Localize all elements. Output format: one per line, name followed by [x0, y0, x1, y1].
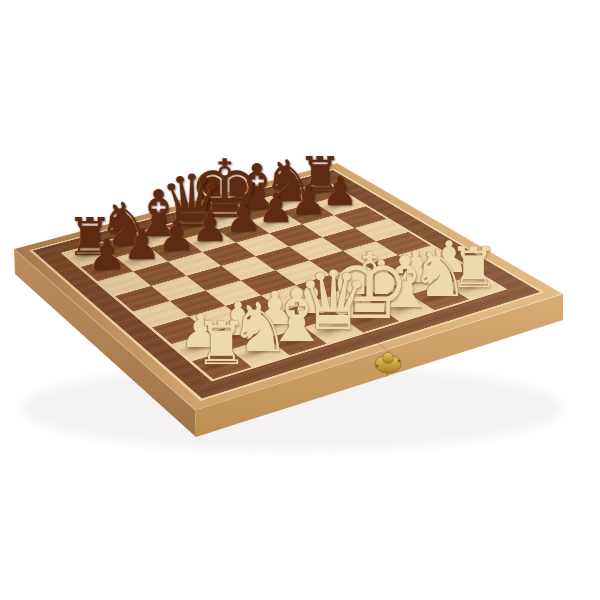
piece-black-pawn[interactable]: ♟: [225, 197, 262, 238]
piece-black-pawn[interactable]: ♟: [88, 234, 126, 276]
pieces-layer: ♜♞♝♛♚♝♞♜♟♟♟♟♟♟♟♟♟♟♟♟♟♟♟♟♜♞♝♛♚♝♞♜: [0, 0, 600, 600]
piece-white-rook[interactable]: ♜: [195, 314, 248, 373]
piece-black-pawn[interactable]: ♟: [191, 206, 228, 247]
piece-black-pawn[interactable]: ♟: [322, 171, 358, 211]
piece-black-pawn[interactable]: ♟: [258, 189, 294, 230]
piece-black-pawn[interactable]: ♟: [123, 225, 161, 267]
product-photo-scene: ♜♞♝♛♚♝♞♜♟♟♟♟♟♟♟♟♟♟♟♟♟♟♟♟♜♞♝♛♚♝♞♜: [0, 0, 600, 600]
piece-black-pawn[interactable]: ♟: [290, 180, 326, 220]
piece-black-pawn[interactable]: ♟: [158, 215, 195, 257]
